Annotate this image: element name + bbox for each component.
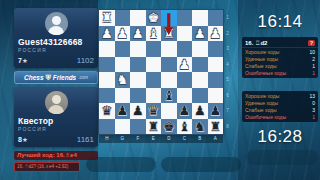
square-f1[interactable] (130, 10, 146, 26)
avatar-bottom[interactable] (45, 91, 68, 114)
logo-text-1: Chess (24, 74, 44, 81)
square-e7[interactable]: ♛ (146, 103, 162, 119)
square-c8[interactable]: ♝ (177, 119, 193, 135)
black-pawn-f7: ♟ (132, 104, 144, 117)
square-f7[interactable]: ♟ (130, 103, 146, 119)
rank-label-8: 8 (225, 119, 231, 135)
stat-row-2: Слабые ходы1 (242, 62, 318, 69)
square-h1[interactable]: ♜ (99, 10, 115, 26)
square-e3[interactable] (146, 41, 162, 57)
square-g4[interactable] (115, 57, 131, 73)
player-bottom-rating: 1161 (77, 135, 94, 144)
move-quality-badge: ? (308, 40, 315, 46)
square-b5[interactable] (192, 72, 208, 88)
stat-row-1: Удачные ходы2 (242, 55, 318, 62)
square-g7[interactable]: ♟ (115, 103, 131, 119)
square-e6[interactable] (146, 88, 162, 104)
stat-value: 3 (312, 107, 315, 113)
background-bar (161, 157, 241, 172)
player-top-meta: 7★ 1102 (18, 56, 94, 65)
shield-icon: ⛨ (46, 74, 51, 81)
white-knight-g5: ♞ (116, 73, 128, 86)
square-b1[interactable] (192, 10, 208, 26)
square-a4[interactable] (208, 57, 224, 73)
square-e4[interactable] (146, 57, 162, 73)
game-screen: Guest43126668 РОССИЯ 7★ 1102 Chess ⛨ Fri… (0, 0, 320, 180)
square-c7[interactable]: ♟ (177, 103, 193, 119)
rank-labels: 12345678 (225, 10, 231, 134)
board-grid: ♜♚♟♟♟♝♜♟♟♟♞♝♛♟♟♛♟♟♟♜♚♝♞♜ (99, 10, 223, 134)
square-b4[interactable] (192, 57, 208, 73)
avatar-top[interactable] (45, 12, 68, 35)
square-a6[interactable] (208, 88, 224, 104)
file-label-G: G (115, 135, 131, 143)
file-label-H: H (99, 135, 115, 143)
square-g2[interactable]: ♟ (115, 26, 131, 42)
white-bishop-e2: ♝ (147, 27, 159, 40)
clock-top: 16:14 (242, 12, 318, 32)
black-knight-b8: ♞ (194, 120, 206, 133)
black-king-d8: ♚ (163, 120, 175, 133)
white-rook-h1: ♜ (101, 11, 113, 24)
rank-label-6: 6 (225, 88, 231, 104)
square-d1[interactable] (161, 10, 177, 26)
square-d8[interactable]: ♚ (161, 119, 177, 135)
black-pawn-a7: ♟ (209, 104, 221, 117)
square-d5[interactable] (161, 72, 177, 88)
avatar-silhouette-torso (48, 105, 64, 114)
stat-label: Ошибочные ходы (245, 114, 286, 120)
square-a7[interactable]: ♟ (208, 103, 224, 119)
rank-label-1: 1 (225, 10, 231, 26)
stat-value: 1 (312, 63, 315, 69)
file-label-D: D (161, 135, 177, 143)
white-pawn-a2: ♟ (209, 27, 221, 40)
white-pawn-g2: ♟ (116, 27, 128, 40)
square-f8[interactable] (130, 119, 146, 135)
background-bar (246, 150, 318, 165)
square-h4[interactable] (99, 57, 115, 73)
square-a8[interactable]: ♜ (208, 119, 224, 135)
square-h7[interactable]: ♛ (99, 103, 115, 119)
square-c5[interactable] (177, 72, 193, 88)
square-g1[interactable] (115, 10, 131, 26)
square-h8[interactable] (99, 119, 115, 135)
stat-value: 1 (312, 70, 315, 76)
file-labels-strip: HGFEDCBA (99, 135, 223, 143)
square-d3[interactable] (161, 41, 177, 57)
white-pawn-h2: ♟ (101, 27, 113, 40)
stat-row-3: Ошибочные ходы1 (242, 69, 318, 76)
stat-value: 0 (312, 100, 315, 106)
stats-panel-bottom: Хорошие ходы13Удачные ходы0Слабые ходы3О… (242, 91, 318, 122)
square-a3[interactable] (208, 41, 224, 57)
rank-label-4: 4 (225, 57, 231, 73)
stat-label: Хорошие ходы (245, 93, 279, 99)
square-b8[interactable]: ♞ (192, 119, 208, 135)
file-label-F: F (130, 135, 146, 143)
square-g8[interactable] (115, 119, 131, 135)
players-column: Guest43126668 РОССИЯ 7★ 1102 Chess ⛨ Fri… (14, 8, 98, 172)
square-g6[interactable] (115, 88, 131, 104)
file-label-C: C (177, 135, 193, 143)
best-move-banner: Лучший ход: 16.♗e4 (14, 151, 98, 160)
square-d6[interactable]: ♝ (161, 88, 177, 104)
file-label-E: E (146, 135, 162, 143)
black-queen-e7: ♛ (147, 104, 159, 117)
move-eval-line: 16. ♖d2? (16.♗e4 +2.92) (14, 162, 80, 172)
star-icon: ★ (22, 136, 28, 143)
star-icon: ★ (22, 57, 28, 64)
square-a5[interactable] (208, 72, 224, 88)
square-h3[interactable] (99, 41, 115, 57)
file-label-A: A (208, 135, 224, 143)
stat-label: Ошибочные ходы (245, 70, 286, 76)
player-top-rating: 1102 (77, 56, 94, 65)
analysis-column: 16:14 16. ♖d2 ? Хорошие ходы10Удачные хо… (242, 0, 318, 147)
square-h5[interactable] (99, 72, 115, 88)
white-rook-d2: ♜ (163, 27, 175, 40)
site-logo[interactable]: Chess ⛨ Friends .com (14, 71, 98, 84)
stat-value: 10 (309, 49, 315, 55)
square-b7[interactable]: ♟ (192, 103, 208, 119)
logo-suffix: .com (78, 75, 88, 80)
move-header: 16. ♖d2 ? (242, 38, 318, 48)
square-e8[interactable]: ♜ (146, 119, 162, 135)
square-d2[interactable]: ♜ (161, 26, 177, 42)
player-card-top[interactable]: Guest43126668 РОССИЯ 7★ 1102 (14, 8, 98, 68)
square-e2[interactable]: ♝ (146, 26, 162, 42)
square-c4[interactable]: ♟ (177, 57, 193, 73)
square-a1[interactable] (208, 10, 224, 26)
square-c1[interactable] (177, 10, 193, 26)
logo-text-2: Friends (53, 74, 76, 81)
player-bottom-country: РОССИЯ (18, 126, 94, 133)
stat-label: Хорошие ходы (245, 49, 279, 55)
square-g3[interactable] (115, 41, 131, 57)
stat-label: Удачные ходы (245, 100, 278, 106)
square-g5[interactable]: ♞ (115, 72, 131, 88)
square-d4[interactable] (161, 57, 177, 73)
white-king-e1: ♚ (147, 11, 159, 24)
white-pawn-b2: ♟ (194, 27, 206, 40)
avatar-silhouette-head (52, 16, 61, 25)
stat-value: 1 (312, 114, 315, 120)
stat-row-1: Удачные ходы0 (242, 99, 318, 106)
square-f5[interactable] (130, 72, 146, 88)
clock-bottom: 16:28 (242, 127, 318, 147)
stats-top-rows: Хорошие ходы10Удачные ходы2Слабые ходы1О… (242, 48, 318, 76)
black-bishop-d6: ♝ (163, 89, 175, 102)
square-f4[interactable] (130, 57, 146, 73)
square-b3[interactable] (192, 41, 208, 57)
white-pawn-c4: ♟ (178, 58, 190, 71)
avatar-silhouette-head (52, 95, 61, 104)
white-pawn-f2: ♟ (132, 27, 144, 40)
square-b6[interactable] (192, 88, 208, 104)
black-pawn-c7: ♟ (178, 104, 190, 117)
black-pawn-g7: ♟ (116, 104, 128, 117)
square-f6[interactable] (130, 88, 146, 104)
square-b2[interactable]: ♟ (192, 26, 208, 42)
square-d7[interactable] (161, 103, 177, 119)
square-h2[interactable]: ♟ (99, 26, 115, 42)
stat-label: Слабые ходы (245, 107, 277, 113)
square-e1[interactable]: ♚ (146, 10, 162, 26)
rank-label-2: 2 (225, 26, 231, 42)
rank-label-5: 5 (225, 72, 231, 88)
stat-value: 13 (309, 93, 315, 99)
player-top-stars: 7★ (18, 57, 28, 65)
player-top-name: Guest43126668 (18, 37, 94, 47)
square-e5[interactable] (146, 72, 162, 88)
player-bottom-name: Квестор (18, 116, 94, 126)
player-bottom-stars: 8★ (18, 136, 28, 144)
square-c6[interactable] (177, 88, 193, 104)
stat-row-0: Хорошие ходы10 (242, 48, 318, 55)
square-h6[interactable] (99, 88, 115, 104)
player-bottom-meta: 8★ 1161 (18, 135, 94, 144)
file-label-B: B (192, 135, 208, 143)
black-rook-a8: ♜ (209, 120, 221, 133)
rank-label-7: 7 (225, 103, 231, 119)
stat-row-2: Слабые ходы3 (242, 106, 318, 113)
player-card-bottom[interactable]: Квестор РОССИЯ 8★ 1161 (14, 87, 98, 147)
stat-label: Слабые ходы (245, 63, 277, 69)
avatar-silhouette-torso (48, 26, 64, 35)
chess-board: ♜♚♟♟♟♝♜♟♟♟♞♝♛♟♟♛♟♟♟♜♚♝♞♜ HGFEDCBA 123456… (99, 10, 223, 134)
stat-row-0: Хорошие ходы13 (242, 92, 318, 99)
stat-label: Удачные ходы (245, 56, 278, 62)
square-a2[interactable]: ♟ (208, 26, 224, 42)
square-f3[interactable] (130, 41, 146, 57)
square-c2[interactable] (177, 26, 193, 42)
stats-bottom-rows: Хорошие ходы13Удачные ходы0Слабые ходы3О… (242, 92, 318, 120)
stat-value: 2 (312, 56, 315, 62)
black-rook-e8: ♜ (147, 120, 159, 133)
black-bishop-c8: ♝ (178, 120, 190, 133)
player-top-country: РОССИЯ (18, 47, 94, 54)
file-labels: HGFEDCBA (99, 135, 223, 143)
black-pawn-b7: ♟ (194, 104, 206, 117)
rank-label-3: 3 (225, 41, 231, 57)
black-queen-h7: ♛ (101, 104, 113, 117)
stat-row-3: Ошибочные ходы1 (242, 113, 318, 120)
move-header-text: 16. ♖d2 (245, 39, 267, 46)
square-c3[interactable] (177, 41, 193, 57)
stats-panel-top: 16. ♖d2 ? Хорошие ходы10Удачные ходы2Сла… (242, 37, 318, 78)
square-f2[interactable]: ♟ (130, 26, 146, 42)
